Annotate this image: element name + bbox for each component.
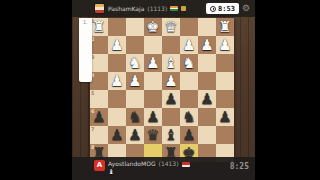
move-list-panel[interactable]: 1. [79, 18, 92, 82]
gold-badge-icon [181, 6, 186, 11]
white-pawn[interactable]: ♟ [144, 54, 162, 72]
board-square[interactable] [126, 90, 144, 108]
board-square[interactable]: ♟ [216, 36, 234, 54]
rank-label: 5 [91, 90, 94, 96]
bottom-player-name[interactable]: AyostlandoMOG [108, 160, 156, 168]
bottom-player-rating: (1413) [159, 160, 179, 168]
board-square[interactable] [216, 54, 234, 72]
top-player-clock: 8:53 [206, 3, 239, 14]
india-flag-icon [170, 6, 178, 11]
board-square[interactable]: ♞ [126, 54, 144, 72]
white-pawn[interactable]: ♟ [180, 36, 198, 54]
board-square[interactable]: ♛ [144, 126, 162, 144]
board-square[interactable] [162, 36, 180, 54]
bottom-player-info: AyostlandoMOG (1413) ♝ [108, 160, 190, 176]
board-square[interactable] [108, 108, 126, 126]
board-square[interactable] [216, 126, 234, 144]
board-square[interactable]: ♝ [162, 126, 180, 144]
black-pawn[interactable]: ♟ [162, 90, 180, 108]
board-square[interactable] [108, 90, 126, 108]
top-clock-time: 8:53 [218, 5, 235, 13]
board-square[interactable]: ♟ [108, 36, 126, 54]
board-square[interactable]: ♟ [144, 54, 162, 72]
white-bishop[interactable]: ♝ [162, 54, 180, 72]
black-knight[interactable]: ♞ [126, 108, 144, 126]
board-square[interactable]: 1♜ [90, 18, 108, 36]
board-square[interactable] [126, 36, 144, 54]
top-player-avatar[interactable] [94, 3, 105, 14]
board-square[interactable] [180, 72, 198, 90]
white-pawn[interactable]: ♟ [162, 72, 180, 90]
board-square[interactable]: ♛ [162, 18, 180, 36]
black-pawn[interactable]: ♟ [144, 108, 162, 126]
board-square[interactable] [216, 90, 234, 108]
bottom-clock-time: 8:25 [230, 162, 249, 171]
board-square[interactable]: 6♟ [90, 108, 108, 126]
gear-icon[interactable]: ⚙ [242, 0, 250, 17]
board-square[interactable]: ♜ [216, 18, 234, 36]
move-list-text: 1. [83, 19, 88, 25]
white-knight[interactable]: ♞ [126, 54, 144, 72]
board-square[interactable] [198, 126, 216, 144]
board-square[interactable] [108, 54, 126, 72]
board-square[interactable]: ♟ [108, 126, 126, 144]
board-square[interactable]: 5 [90, 90, 108, 108]
chess-board[interactable]: 1♜♚♛♜2♟♟♟♟3♞♟♝♞4♟♟♟5♟♟6♟♞♟♞♟7♟♟♛♝♟8♜♜♚ [90, 18, 234, 162]
board-square[interactable]: ♟ [198, 90, 216, 108]
country-flag-icon [182, 162, 190, 167]
phone-screen: 1♜♚♛♜2♟♟♟♟3♞♟♝♞4♟♟♟5♟♟6♟♞♟♞♟7♟♟♛♝♟8♜♜♚ 1… [72, 0, 255, 180]
board-square[interactable] [198, 72, 216, 90]
board-square[interactable]: ♟ [162, 90, 180, 108]
rank-label: 7 [91, 126, 94, 132]
board-square[interactable]: 4 [90, 72, 108, 90]
black-bishop[interactable]: ♝ [162, 126, 180, 144]
black-pawn[interactable]: ♟ [180, 126, 198, 144]
board-square[interactable]: 3 [90, 54, 108, 72]
board-square[interactable]: ♟ [216, 108, 234, 126]
white-rook[interactable]: ♜ [90, 18, 108, 36]
white-king[interactable]: ♚ [144, 18, 162, 36]
bottom-player-avatar[interactable]: A [94, 160, 105, 171]
board-square[interactable] [144, 72, 162, 90]
white-knight[interactable]: ♞ [180, 54, 198, 72]
board-square[interactable]: ♟ [198, 36, 216, 54]
board-square[interactable]: ♟ [180, 36, 198, 54]
clock-icon [210, 6, 216, 12]
board-square[interactable] [126, 18, 144, 36]
top-player-rating: (1113) [147, 5, 167, 13]
board-square[interactable] [198, 108, 216, 126]
black-pawn[interactable]: ♟ [198, 90, 216, 108]
board-square[interactable] [162, 108, 180, 126]
board-square[interactable]: ♟ [162, 72, 180, 90]
top-player-name[interactable]: PashamKaja [108, 5, 144, 13]
board-square[interactable]: ♟ [144, 108, 162, 126]
board-square[interactable] [180, 90, 198, 108]
black-queen[interactable]: ♛ [144, 126, 162, 144]
board-square[interactable]: ♟ [180, 126, 198, 144]
board-square[interactable]: ♟ [126, 126, 144, 144]
board-square[interactable]: ♟ [126, 72, 144, 90]
white-pawn[interactable]: ♟ [108, 72, 126, 90]
black-pawn[interactable]: ♟ [108, 126, 126, 144]
black-pawn[interactable]: ♟ [126, 126, 144, 144]
captured-piece-icon: ♝ [108, 169, 190, 176]
board-square[interactable] [144, 36, 162, 54]
board-square[interactable]: ♞ [180, 108, 198, 126]
black-pawn[interactable]: ♟ [216, 108, 234, 126]
board-square[interactable] [180, 18, 198, 36]
board-square[interactable]: ♝ [162, 54, 180, 72]
black-pawn[interactable]: ♟ [90, 108, 108, 126]
board-square[interactable]: 2 [90, 36, 108, 54]
board-square[interactable] [198, 54, 216, 72]
board-square[interactable] [198, 18, 216, 36]
board-square[interactable]: 7 [90, 126, 108, 144]
board-square[interactable] [216, 72, 234, 90]
black-knight[interactable]: ♞ [180, 108, 198, 126]
board-square[interactable]: ♞ [126, 108, 144, 126]
white-pawn[interactable]: ♟ [108, 36, 126, 54]
white-pawn[interactable]: ♟ [126, 72, 144, 90]
white-pawn[interactable]: ♟ [198, 36, 216, 54]
board-square[interactable]: ♚ [144, 18, 162, 36]
board-square[interactable]: ♞ [180, 54, 198, 72]
white-pawn[interactable]: ♟ [216, 36, 234, 54]
board-square[interactable]: ♟ [108, 72, 126, 90]
top-player-bar: PashamKaja (1113) 8:53 ⚙ [72, 0, 255, 17]
bottom-player-bar: A AyostlandoMOG (1413) ♝ 8:25 [72, 157, 255, 180]
video-frame: 1♜♚♛♜2♟♟♟♟3♞♟♝♞4♟♟♟5♟♟6♟♞♟♞♟7♟♟♛♝♟8♜♜♚ 1… [0, 0, 320, 180]
board-square[interactable] [108, 18, 126, 36]
white-queen[interactable]: ♛ [162, 18, 180, 36]
white-rook[interactable]: ♜ [216, 18, 234, 36]
board-square[interactable] [144, 90, 162, 108]
